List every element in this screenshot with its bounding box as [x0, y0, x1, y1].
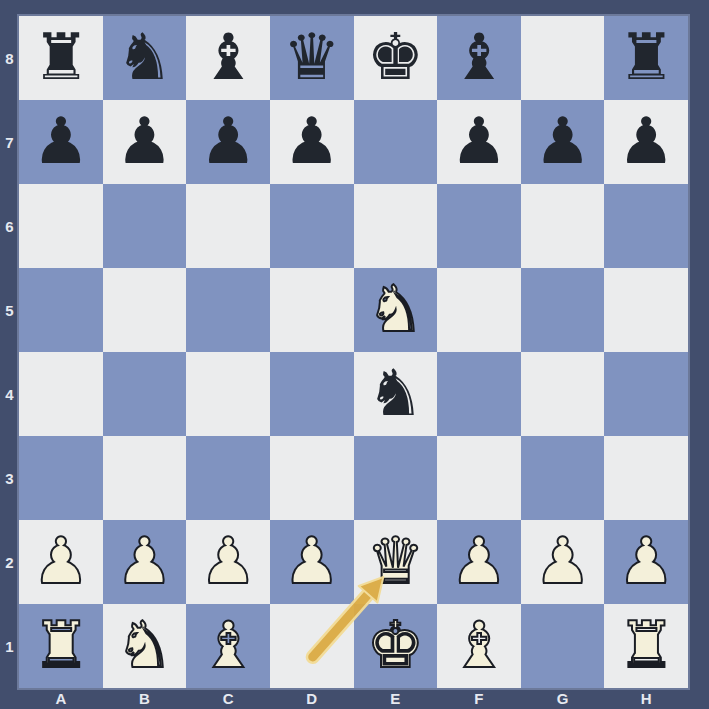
white-pawn: ♟: [618, 529, 675, 593]
square-h7[interactable]: ♟: [604, 100, 688, 184]
square-g7[interactable]: ♟: [521, 100, 605, 184]
square-e2[interactable]: ♛: [354, 520, 438, 604]
white-rook: ♜: [618, 613, 675, 677]
square-e5[interactable]: ♞: [354, 268, 438, 352]
black-pawn: ♟: [450, 109, 507, 173]
square-g4[interactable]: [521, 352, 605, 436]
rank-label-8: 8: [0, 16, 19, 100]
square-f8[interactable]: ♝: [437, 16, 521, 100]
square-d3[interactable]: [270, 436, 354, 520]
square-b3[interactable]: [103, 436, 187, 520]
file-label-b: B: [103, 688, 187, 709]
square-g6[interactable]: [521, 184, 605, 268]
square-a1[interactable]: ♜: [19, 604, 103, 688]
rank-label-4: 4: [0, 352, 19, 436]
square-g5[interactable]: [521, 268, 605, 352]
file-label-c: C: [186, 688, 270, 709]
square-b1[interactable]: ♞: [103, 604, 187, 688]
square-g1[interactable]: [521, 604, 605, 688]
white-king: ♚: [367, 613, 424, 677]
file-label-e: E: [354, 688, 438, 709]
white-bishop: ♝: [450, 613, 507, 677]
black-pawn: ♟: [534, 109, 591, 173]
square-h2[interactable]: ♟: [604, 520, 688, 604]
square-f5[interactable]: [437, 268, 521, 352]
black-king: ♚: [367, 25, 424, 89]
white-pawn: ♟: [199, 529, 256, 593]
rank-labels: 87654321: [0, 16, 19, 688]
file-label-f: F: [437, 688, 521, 709]
black-rook: ♜: [618, 25, 675, 89]
square-g3[interactable]: [521, 436, 605, 520]
square-c2[interactable]: ♟: [186, 520, 270, 604]
file-label-h: H: [604, 688, 688, 709]
square-a4[interactable]: [19, 352, 103, 436]
square-d2[interactable]: ♟: [270, 520, 354, 604]
square-b2[interactable]: ♟: [103, 520, 187, 604]
square-e1[interactable]: ♚: [354, 604, 438, 688]
square-f2[interactable]: ♟: [437, 520, 521, 604]
chess-board: ♜♞♝♛♚♝♜♟♟♟♟♟♟♟♞♞♟♟♟♟♛♟♟♟♜♞♝♚♝♜: [19, 16, 688, 688]
black-pawn: ♟: [618, 109, 675, 173]
square-c5[interactable]: [186, 268, 270, 352]
white-pawn: ♟: [32, 529, 89, 593]
square-c4[interactable]: [186, 352, 270, 436]
black-pawn: ♟: [116, 109, 173, 173]
rank-label-2: 2: [0, 520, 19, 604]
square-h5[interactable]: [604, 268, 688, 352]
square-a6[interactable]: [19, 184, 103, 268]
white-pawn: ♟: [283, 529, 340, 593]
file-label-a: A: [19, 688, 103, 709]
black-pawn: ♟: [32, 109, 89, 173]
square-g8[interactable]: [521, 16, 605, 100]
file-labels: ABCDEFGH: [19, 688, 688, 709]
square-d1[interactable]: [270, 604, 354, 688]
black-pawn: ♟: [283, 109, 340, 173]
rank-label-5: 5: [0, 268, 19, 352]
white-knight: ♞: [367, 277, 424, 341]
square-d4[interactable]: [270, 352, 354, 436]
square-f3[interactable]: [437, 436, 521, 520]
white-pawn: ♟: [450, 529, 507, 593]
white-rook: ♜: [32, 613, 89, 677]
file-label-d: D: [270, 688, 354, 709]
black-bishop: ♝: [450, 25, 507, 89]
square-g2[interactable]: ♟: [521, 520, 605, 604]
square-e3[interactable]: [354, 436, 438, 520]
black-queen: ♛: [283, 25, 340, 89]
square-d6[interactable]: [270, 184, 354, 268]
white-knight: ♞: [116, 613, 173, 677]
square-a7[interactable]: ♟: [19, 100, 103, 184]
black-bishop: ♝: [199, 25, 256, 89]
rank-label-7: 7: [0, 100, 19, 184]
black-rook: ♜: [32, 25, 89, 89]
square-e6[interactable]: [354, 184, 438, 268]
black-pawn: ♟: [199, 109, 256, 173]
black-knight: ♞: [116, 25, 173, 89]
square-b6[interactable]: [103, 184, 187, 268]
square-e8[interactable]: ♚: [354, 16, 438, 100]
square-d8[interactable]: ♛: [270, 16, 354, 100]
square-c6[interactable]: [186, 184, 270, 268]
square-b4[interactable]: [103, 352, 187, 436]
rank-label-6: 6: [0, 184, 19, 268]
square-a2[interactable]: ♟: [19, 520, 103, 604]
square-b7[interactable]: ♟: [103, 100, 187, 184]
square-d7[interactable]: ♟: [270, 100, 354, 184]
rank-label-1: 1: [0, 604, 19, 688]
square-h6[interactable]: [604, 184, 688, 268]
white-pawn: ♟: [534, 529, 591, 593]
square-f6[interactable]: [437, 184, 521, 268]
black-knight: ♞: [367, 361, 424, 425]
square-f1[interactable]: ♝: [437, 604, 521, 688]
square-b5[interactable]: [103, 268, 187, 352]
chessboard-frame: 87654321 ABCDEFGH ♜♞♝♛♚♝♜♟♟♟♟♟♟♟♞♞♟♟♟♟♛♟…: [0, 0, 709, 709]
square-h3[interactable]: [604, 436, 688, 520]
rank-label-3: 3: [0, 436, 19, 520]
square-e4[interactable]: ♞: [354, 352, 438, 436]
square-h4[interactable]: [604, 352, 688, 436]
white-pawn: ♟: [116, 529, 173, 593]
square-d5[interactable]: [270, 268, 354, 352]
square-f7[interactable]: ♟: [437, 100, 521, 184]
square-a8[interactable]: ♜: [19, 16, 103, 100]
square-h8[interactable]: ♜: [604, 16, 688, 100]
square-h1[interactable]: ♜: [604, 604, 688, 688]
white-queen: ♛: [367, 529, 424, 593]
square-c3[interactable]: [186, 436, 270, 520]
square-c7[interactable]: ♟: [186, 100, 270, 184]
square-c8[interactable]: ♝: [186, 16, 270, 100]
square-e7[interactable]: [354, 100, 438, 184]
square-b8[interactable]: ♞: [103, 16, 187, 100]
white-bishop: ♝: [199, 613, 256, 677]
square-a5[interactable]: [19, 268, 103, 352]
square-c1[interactable]: ♝: [186, 604, 270, 688]
square-a3[interactable]: [19, 436, 103, 520]
file-label-g: G: [521, 688, 605, 709]
square-f4[interactable]: [437, 352, 521, 436]
